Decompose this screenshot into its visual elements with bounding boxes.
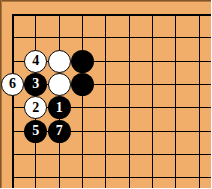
- grid-hline: [12, 14, 212, 16]
- stone-black-7: 7: [48, 120, 71, 143]
- move-number: 4: [32, 54, 39, 68]
- stone-white: [48, 73, 71, 96]
- move-number: 2: [32, 101, 39, 115]
- stone-black-5: 5: [24, 120, 47, 143]
- grid-vline: [175, 14, 176, 189]
- grid-hline: [12, 154, 212, 155]
- stone-white-4: 4: [24, 50, 47, 73]
- grid-vline: [105, 14, 106, 189]
- board-left-border: [0, 0, 2, 188]
- move-number: 1: [56, 101, 63, 115]
- move-number: 3: [32, 77, 39, 91]
- stone-white: [48, 50, 71, 73]
- grid-hline: [12, 177, 212, 178]
- grid-vline: [82, 14, 83, 189]
- board-top-border: [0, 0, 211, 2]
- move-number: 5: [32, 124, 39, 138]
- stone-black: [71, 50, 94, 73]
- move-number: 6: [9, 77, 16, 91]
- grid-vline: [12, 14, 14, 189]
- stone-black-1: 1: [48, 96, 71, 119]
- grid-vline: [199, 14, 200, 189]
- grid-hline: [12, 37, 212, 38]
- grid-vline: [129, 14, 130, 189]
- stone-black: [71, 73, 94, 96]
- go-board-diagram: 4632157: [0, 0, 211, 188]
- move-number: 7: [56, 124, 63, 138]
- stone-white-6: 6: [1, 73, 24, 96]
- grid-vline: [152, 14, 153, 189]
